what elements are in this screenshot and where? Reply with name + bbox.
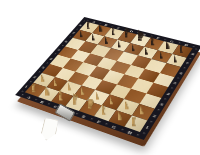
frame-dot [35,99,37,100]
frame-dot [46,62,48,63]
frame-dot [62,45,64,46]
coordinate-file-label: G [111,124,117,129]
frame-dot [48,103,50,104]
frame-dot [157,109,159,110]
coordinate-file-label: E [82,114,88,119]
frame-dot [150,121,152,122]
coordinate-rank-label: 2 [152,113,157,117]
coordinate-file-label: F [97,119,102,124]
frame-dot [76,113,78,114]
frame-dot [193,46,195,47]
frame-dot [189,58,191,59]
coordinate-rank-label: 7 [185,61,189,65]
frame-dot [171,87,173,88]
chess-board: ♜♞♝♛♚♝♞♜♟♟♟♟♟♟♟♟♟♟♟♟♟♟♟♟♜♞♝♛♚♝♞♜ AA11BB2… [15,17,200,140]
coordinate-file-label: B [40,99,45,103]
squares-grid: ♜♞♝♛♚♝♞♜♟♟♟♟♟♟♟♟♟♟♟♟♟♟♟♟♜♞♝♛♚♝♞♜ [25,22,193,132]
frame-dot [183,67,185,68]
frame-dot [195,49,197,50]
frame-dot [164,98,166,99]
square-a4[interactable] [50,55,70,68]
frame-dot [121,128,123,129]
frame-dot [91,118,93,119]
coordinate-rank-label: 8 [191,52,195,56]
frame-dot [137,134,139,135]
frame-dot [54,53,56,54]
frame-dot [177,77,179,78]
price-tag [39,117,59,143]
product-photo-scene: ♜♞♝♛♚♝♞♜♟♟♟♟♟♟♟♟♟♟♟♟♟♟♟♟♜♞♝♛♚♝♞♜ AA11BB2… [0,0,200,155]
coordinate-rank-label: 3 [159,102,164,106]
coordinate-file-label: A [27,95,33,99]
coordinate-rank-label: 1 [145,125,150,130]
coordinate-rank-label: 5 [173,81,177,85]
frame-dot [143,132,145,133]
frame-dot [21,91,23,92]
coordinate-rank-label: 4 [166,91,170,95]
frame-dot [106,123,108,124]
frame-dot [69,36,71,37]
coordinate-rank-label: 6 [179,71,183,75]
coordinate-file-label: H [127,129,133,134]
frame-dot [22,94,24,95]
